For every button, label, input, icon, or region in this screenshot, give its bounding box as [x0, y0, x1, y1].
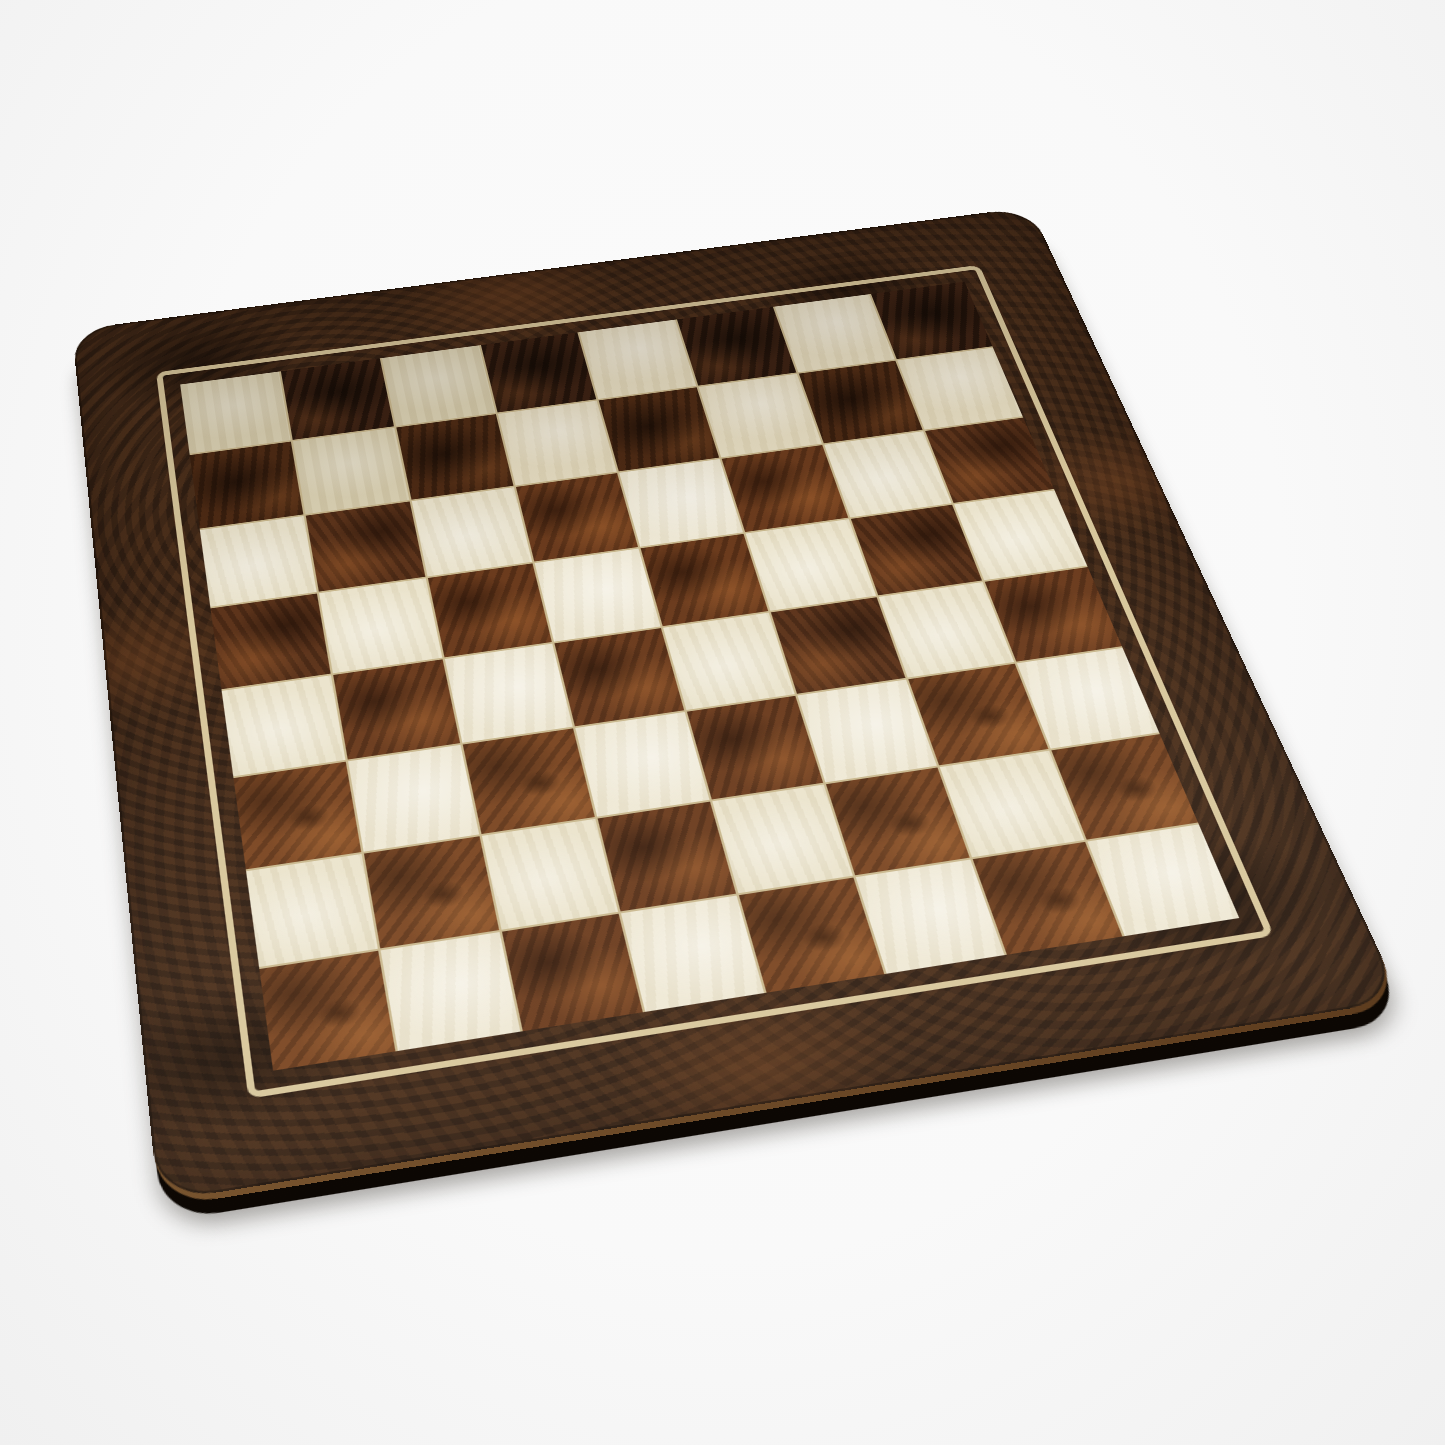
square-b8[interactable]: [281, 358, 393, 440]
square-c8[interactable]: [381, 345, 495, 426]
square-b6[interactable]: [306, 501, 425, 591]
square-c5[interactable]: [427, 563, 551, 657]
square-e8[interactable]: [579, 320, 696, 400]
square-a7[interactable]: [190, 442, 304, 529]
square-a1[interactable]: [259, 950, 395, 1070]
square-b7[interactable]: [293, 428, 409, 514]
square-d2[interactable]: [597, 801, 736, 911]
square-c1[interactable]: [501, 914, 642, 1032]
square-e7[interactable]: [599, 387, 720, 471]
square-d5[interactable]: [534, 548, 660, 641]
square-c7[interactable]: [396, 414, 513, 499]
square-b2[interactable]: [364, 836, 498, 948]
square-e5[interactable]: [641, 534, 769, 627]
square-a8[interactable]: [180, 372, 291, 454]
square-d4[interactable]: [554, 628, 684, 726]
square-b1[interactable]: [381, 932, 520, 1051]
square-d8[interactable]: [481, 332, 597, 412]
square-d3[interactable]: [575, 712, 709, 816]
square-c3[interactable]: [462, 729, 594, 834]
square-a5[interactable]: [210, 593, 330, 689]
square-a6[interactable]: [200, 516, 317, 607]
square-e6[interactable]: [619, 459, 743, 547]
scene-background: [0, 0, 1445, 1445]
square-d7[interactable]: [498, 401, 617, 485]
square-b3[interactable]: [348, 745, 478, 851]
square-a4[interactable]: [222, 675, 346, 776]
square-c6[interactable]: [411, 487, 532, 576]
square-a2[interactable]: [246, 853, 378, 966]
square-a3[interactable]: [234, 762, 362, 869]
square-b4[interactable]: [333, 659, 459, 759]
square-d1[interactable]: [621, 895, 765, 1012]
square-c4[interactable]: [444, 644, 572, 743]
square-b5[interactable]: [319, 578, 441, 673]
square-c2[interactable]: [481, 818, 618, 929]
square-d6[interactable]: [516, 473, 638, 562]
